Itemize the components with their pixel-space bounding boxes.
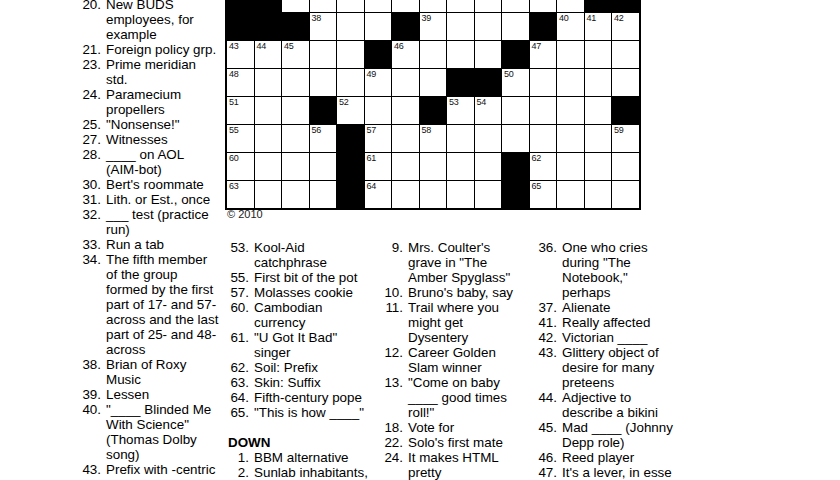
clue-number: 28.: [76, 147, 106, 162]
grid-cell[interactable]: [282, 69, 309, 96]
grid-cell[interactable]: [612, 181, 639, 208]
clue-number: 1.: [224, 450, 254, 465]
grid-cell[interactable]: 41: [585, 13, 612, 40]
clue-number: 64.: [224, 390, 254, 405]
grid-cell[interactable]: [337, 0, 364, 12]
clue: 55.First bit of the pot: [224, 270, 368, 285]
grid-cell[interactable]: [310, 181, 337, 208]
black-cell: [227, 13, 254, 40]
clue-line: singer: [254, 345, 337, 360]
grid-cell[interactable]: [557, 41, 584, 68]
clue: 34.The fifth memberof the groupformed by…: [76, 252, 218, 357]
clue: 1.BBM alternative: [224, 450, 368, 465]
grid-cell[interactable]: [557, 125, 584, 152]
clue-line: Depp role): [562, 435, 673, 450]
grid-cell[interactable]: [475, 125, 502, 152]
clue-line: Glittery object of: [562, 345, 659, 360]
grid-cell[interactable]: [282, 181, 309, 208]
cell-number: 54: [477, 97, 487, 107]
clue: 27.Witnesses: [76, 132, 218, 147]
grid-cell[interactable]: [310, 0, 337, 12]
grid-cell[interactable]: [392, 125, 419, 152]
grid-cell[interactable]: [475, 0, 502, 12]
clue-line: part of 25- and 48-: [106, 327, 218, 342]
cell-number: 57: [367, 125, 377, 135]
grid-cell[interactable]: [420, 0, 447, 12]
grid-cell[interactable]: [282, 153, 309, 180]
black-cell: [420, 97, 447, 124]
black-cell: [502, 181, 529, 208]
clue: 31.Lith. or Est., once: [76, 192, 218, 207]
cell-number: 41: [587, 13, 597, 23]
grid-cell[interactable]: [255, 97, 282, 124]
grid-cell[interactable]: 55: [227, 125, 254, 152]
clue-number: 38.: [76, 357, 106, 372]
cell-number: 48: [229, 69, 239, 79]
clue-line: Skin: Suffix: [254, 375, 321, 390]
clue: 10.Bruno's baby, say: [378, 285, 513, 300]
clue-number: 24.: [378, 450, 408, 465]
grid-cell[interactable]: [612, 41, 639, 68]
down-heading: DOWN: [228, 435, 368, 450]
clue-number: 43.: [532, 345, 562, 360]
grid-cell[interactable]: 59: [612, 125, 639, 152]
grid-cell[interactable]: [282, 0, 309, 12]
clue-line: "Nonsense!": [106, 117, 180, 132]
clue-line: Foreign policy grp.: [106, 42, 216, 57]
cell-number: 42: [614, 13, 624, 23]
clue-number: 31.: [76, 192, 106, 207]
clue-line: Dysentery: [408, 330, 499, 345]
cell-number: 55: [229, 125, 239, 135]
grid-cell[interactable]: 43: [227, 41, 254, 68]
cell-number: 50: [504, 69, 514, 79]
grid-cell[interactable]: [585, 181, 612, 208]
clue-line: Lessen: [106, 387, 149, 402]
clue-line: The fifth member: [106, 252, 218, 267]
clue-number: 2.: [224, 465, 254, 480]
clue-line: might get: [408, 315, 499, 330]
grid-cell[interactable]: 42: [612, 13, 639, 40]
clue: 21.Foreign policy grp.: [76, 42, 218, 57]
clue: 43.Glittery object ofdesire for manypret…: [532, 345, 673, 390]
clue-number: 12.: [378, 345, 408, 360]
clue: 2.Sunlab inhabitants,: [224, 465, 368, 480]
clue-line: Cambodian: [254, 300, 322, 315]
black-cell: [502, 153, 529, 180]
grid-cell[interactable]: [475, 13, 502, 40]
grid-cell[interactable]: [557, 153, 584, 180]
clue: 22.Solo's first mate: [378, 435, 513, 450]
black-cell: [310, 97, 337, 124]
grid-cell[interactable]: [612, 69, 639, 96]
across-clues-column-2: 53.Kool-Aidcatchphrase55.First bit of th…: [224, 240, 368, 420]
clue-line: BBM alternative: [254, 450, 349, 465]
grid-cell[interactable]: [612, 153, 639, 180]
grid-cell[interactable]: 58: [420, 125, 447, 152]
grid-cell[interactable]: [530, 125, 557, 152]
clue-line: propellers: [106, 102, 181, 117]
clue-line: Bert's roommate: [106, 177, 204, 192]
grid-cell[interactable]: 61: [365, 153, 392, 180]
clue-line: perhaps: [562, 285, 648, 300]
grid-cell[interactable]: [365, 0, 392, 12]
clue-line: Victorian ____: [562, 330, 647, 345]
grid-cell[interactable]: [502, 125, 529, 152]
grid-cell[interactable]: [420, 181, 447, 208]
clue-line: "This is how ____": [254, 405, 364, 420]
grid-cell[interactable]: 45: [282, 41, 309, 68]
clue-number: 46.: [532, 450, 562, 465]
clue-number: 47.: [532, 465, 562, 480]
clue: 53.Kool-Aidcatchphrase: [224, 240, 368, 270]
clue-number: 43.: [76, 462, 106, 477]
clue-number: 44.: [532, 390, 562, 405]
clue-line: Vote for: [408, 420, 454, 435]
clue-number: 61.: [224, 330, 254, 345]
grid-cell[interactable]: [392, 153, 419, 180]
clue-number: 27.: [76, 132, 106, 147]
grid-cell[interactable]: [475, 41, 502, 68]
grid-cell[interactable]: [530, 97, 557, 124]
grid-cell[interactable]: 56: [310, 125, 337, 152]
crossword-grid[interactable]: 3839404142434445464748495051525354555657…: [225, 0, 641, 210]
black-cell: [227, 0, 254, 12]
black-cell: [337, 153, 364, 180]
clue-number: 13.: [378, 375, 408, 390]
clue-number: 23.: [76, 57, 106, 72]
clue: 41.Really affected: [532, 315, 673, 330]
clue-line: of the group: [106, 267, 218, 282]
clue-line: With Science": [106, 417, 211, 432]
clue-number: 41.: [532, 315, 562, 330]
cell-number: 59: [614, 125, 624, 135]
grid-cell[interactable]: [585, 69, 612, 96]
grid-cell[interactable]: [282, 97, 309, 124]
clue-line: pretty: [408, 465, 499, 480]
clue: 24.Parameciumpropellers: [76, 87, 218, 117]
grid-cell[interactable]: [365, 13, 392, 40]
grid-cell[interactable]: 60: [227, 153, 254, 180]
grid-cell[interactable]: [557, 69, 584, 96]
clue: 20.New BUDSemployees, forexample: [76, 0, 218, 42]
clue-line: Soil: Prefix: [254, 360, 318, 375]
clue-number: 20.: [76, 0, 106, 12]
clues-column-2: 53.Kool-Aidcatchphrase55.First bit of th…: [224, 240, 368, 480]
grid-cell[interactable]: [475, 153, 502, 180]
grid-cell[interactable]: [557, 0, 584, 12]
cell-number: 61: [367, 153, 377, 163]
clue: 24.It makes HTMLpretty: [378, 450, 513, 480]
clue-line: roll!": [408, 405, 507, 420]
clue-number: 25.: [76, 117, 106, 132]
grid-cell[interactable]: [255, 153, 282, 180]
cell-number: 52: [339, 97, 349, 107]
clue-line: during "The: [562, 255, 648, 270]
clue-line: currency: [254, 315, 322, 330]
cell-number: 65: [532, 181, 542, 191]
clue-number: 24.: [76, 87, 106, 102]
grid-cell[interactable]: [557, 97, 584, 124]
grid-cell[interactable]: 52: [337, 97, 364, 124]
grid-cell[interactable]: [392, 0, 419, 12]
grid-cell[interactable]: [420, 153, 447, 180]
clue-line: Brian of Roxy: [106, 357, 186, 372]
grid-cell[interactable]: 49: [365, 69, 392, 96]
clue: 33.Run a tab: [76, 237, 218, 252]
grid-cell[interactable]: [585, 97, 612, 124]
crossword-page: 3839404142434445464748495051525354555657…: [0, 0, 840, 480]
clue-line: It makes HTML: [408, 450, 499, 465]
clue-number: 63.: [224, 375, 254, 390]
grid-cell[interactable]: 50: [502, 69, 529, 96]
clue-line: Kool-Aid: [254, 240, 327, 255]
grid-cell[interactable]: [310, 69, 337, 96]
clue-line: ____ on AOL: [106, 147, 184, 162]
clue-line: std.: [106, 72, 196, 87]
clue-line: grave in "The: [408, 255, 510, 270]
cell-number: 56: [312, 125, 322, 135]
black-cell: [447, 69, 474, 96]
clue-line: across and the last: [106, 312, 218, 327]
grid-cell[interactable]: 64: [365, 181, 392, 208]
grid-cell[interactable]: [475, 181, 502, 208]
grid-cell[interactable]: 44: [255, 41, 282, 68]
grid-cell[interactable]: [585, 153, 612, 180]
black-cell: [392, 13, 419, 40]
cell-number: 47: [532, 41, 542, 51]
clue-number: 62.: [224, 360, 254, 375]
clue-line: Really affected: [562, 315, 650, 330]
grid-cell[interactable]: [502, 97, 529, 124]
clue-line: First bit of the pot: [254, 270, 357, 285]
clue-number: 40.: [76, 402, 106, 417]
clue-line: run): [106, 222, 209, 237]
grid-cell[interactable]: [502, 13, 529, 40]
grid-cell[interactable]: [310, 153, 337, 180]
grid-cell[interactable]: [392, 69, 419, 96]
grid-cell[interactable]: 46: [392, 41, 419, 68]
clue: 40."____ Blinded MeWith Science"(Thomas …: [76, 402, 218, 462]
clue: 61."U Got It Bad"singer: [224, 330, 368, 360]
clue: 65."This is how ____": [224, 405, 368, 420]
clue: 13."Come on baby____ good timesroll!": [378, 375, 513, 420]
clue-line: (Thomas Dolby: [106, 432, 211, 447]
grid-cell[interactable]: [282, 125, 309, 152]
clue-line: part of 17- and 57-: [106, 297, 218, 312]
grid-cell[interactable]: [255, 69, 282, 96]
grid-cell[interactable]: [337, 13, 364, 40]
clue-line: formed by the first: [106, 282, 218, 297]
clue-line: Amber Spyglass": [408, 270, 510, 285]
clue: 43.Prefix with -centric: [76, 462, 218, 477]
down-clues-column-2: 1.BBM alternative2.Sunlab inhabitants,: [224, 450, 368, 480]
clue-number: 33.: [76, 237, 106, 252]
grid-cell[interactable]: [447, 153, 474, 180]
clue: 25."Nonsense!": [76, 117, 218, 132]
clue-line: Adjective to: [562, 390, 658, 405]
cell-number: 45: [284, 41, 294, 51]
black-cell: [612, 97, 639, 124]
clue-line: (AIM-bot): [106, 162, 184, 177]
down-clues-column-3: 9.Mrs. Coulter'sgrave in "TheAmber Spygl…: [378, 240, 513, 480]
clue: 39.Lessen: [76, 387, 218, 402]
clue-line: Trail where you: [408, 300, 499, 315]
clue-number: 32.: [76, 207, 106, 222]
clue-line: Reed player: [562, 450, 634, 465]
grid-cell[interactable]: 62: [530, 153, 557, 180]
clue-line: Solo's first mate: [408, 435, 503, 450]
clue: 12.Career GoldenSlam winner: [378, 345, 513, 375]
cell-number: 60: [229, 153, 239, 163]
black-cell: [255, 13, 282, 40]
clue-line: desire for many: [562, 360, 659, 375]
cell-number: 51: [229, 97, 239, 107]
grid-cell[interactable]: [310, 41, 337, 68]
cell-number: 38: [312, 13, 322, 23]
clue: 28.____ on AOL(AIM-bot): [76, 147, 218, 177]
clue-number: 55.: [224, 270, 254, 285]
clue-line: Music: [106, 372, 186, 387]
grid-cell[interactable]: 40: [557, 13, 584, 40]
grid-cell[interactable]: [447, 41, 474, 68]
clue-number: 34.: [76, 252, 106, 267]
grid-cell[interactable]: 48: [227, 69, 254, 96]
clue-line: Prefix with -centric: [106, 462, 215, 477]
clue-line: Alienate: [562, 300, 610, 315]
clue-number: 53.: [224, 240, 254, 255]
clue: 62.Soil: Prefix: [224, 360, 368, 375]
clue-line: Slam winner: [408, 360, 496, 375]
black-cell: [585, 0, 612, 12]
clue-line: Molasses cookie: [254, 285, 353, 300]
black-cell: [365, 41, 392, 68]
clue-line: Mrs. Coulter's: [408, 240, 510, 255]
cell-number: 46: [394, 41, 404, 51]
copyright: © 2010: [227, 208, 263, 220]
grid-cell[interactable]: [447, 125, 474, 152]
grid-cell[interactable]: 54: [475, 97, 502, 124]
grid-cell[interactable]: [447, 181, 474, 208]
clue-line: across: [106, 342, 218, 357]
clue-number: 22.: [378, 435, 408, 450]
grid-cell[interactable]: [557, 181, 584, 208]
clue-line: Career Golden: [408, 345, 496, 360]
grid-cell[interactable]: [337, 69, 364, 96]
clue: 23.Prime meridianstd.: [76, 57, 218, 87]
clue: 36.One who criesduring "TheNotebook,"per…: [532, 240, 673, 300]
grid-cell[interactable]: 51: [227, 97, 254, 124]
grid-cell[interactable]: [337, 41, 364, 68]
grid-cell[interactable]: [392, 97, 419, 124]
grid-cell[interactable]: [255, 181, 282, 208]
down-clues-column-4: 36.One who criesduring "TheNotebook,"per…: [532, 240, 673, 480]
clue: 32.___ test (practicerun): [76, 207, 218, 237]
cell-number: 64: [367, 181, 377, 191]
black-cell: [282, 13, 309, 40]
clue: 47.It's a lever, in esse: [532, 465, 673, 480]
cell-number: 49: [367, 69, 377, 79]
grid-cell[interactable]: [420, 41, 447, 68]
grid-cell[interactable]: [392, 181, 419, 208]
grid-cell[interactable]: 39: [420, 13, 447, 40]
grid-cell[interactable]: 65: [530, 181, 557, 208]
clue-number: 11.: [378, 300, 408, 315]
cell-number: 58: [422, 125, 432, 135]
black-cell: [475, 69, 502, 96]
black-cell: [530, 13, 557, 40]
clue-line: Fifth-century pope: [254, 390, 362, 405]
clue-number: 60.: [224, 300, 254, 315]
clue-number: 37.: [532, 300, 562, 315]
clue-line: song): [106, 447, 211, 462]
black-cell: [337, 181, 364, 208]
clue-number: 30.: [76, 177, 106, 192]
black-cell: [502, 41, 529, 68]
grid-cell[interactable]: [447, 0, 474, 12]
clue: 30.Bert's roommate: [76, 177, 218, 192]
clue: 64.Fifth-century pope: [224, 390, 368, 405]
cell-number: 62: [532, 153, 542, 163]
clue-number: 36.: [532, 240, 562, 255]
grid-cell[interactable]: [530, 0, 557, 12]
cell-number: 40: [559, 13, 569, 23]
clue: 60.Cambodiancurrency: [224, 300, 368, 330]
clue: 37.Alienate: [532, 300, 673, 315]
grid-cell[interactable]: 47: [530, 41, 557, 68]
grid-cell[interactable]: [530, 69, 557, 96]
clue: 44.Adjective todescribe a bikini: [532, 390, 673, 420]
clue-line: catchphrase: [254, 255, 327, 270]
clue-number: 57.: [224, 285, 254, 300]
black-cell: [612, 0, 639, 12]
clue: 57.Molasses cookie: [224, 285, 368, 300]
black-cell: [337, 125, 364, 152]
grid-cell[interactable]: 57: [365, 125, 392, 152]
grid-cell[interactable]: [502, 0, 529, 12]
clue-number: 65.: [224, 405, 254, 420]
clue-line: describe a bikini: [562, 405, 658, 420]
clue-line: Notebook,": [562, 270, 648, 285]
clue-line: ____ good times: [408, 390, 507, 405]
grid-cell[interactable]: [447, 13, 474, 40]
clue-number: 18.: [378, 420, 408, 435]
clue-line: Run a tab: [106, 237, 164, 252]
clue-line: ___ test (practice: [106, 207, 209, 222]
grid-cell[interactable]: [585, 41, 612, 68]
grid-cell[interactable]: 38: [310, 13, 337, 40]
grid-cell[interactable]: [420, 69, 447, 96]
clue-line: New BUDS: [106, 0, 194, 12]
cell-number: 44: [257, 41, 267, 51]
cell-number: 39: [422, 13, 432, 23]
grid-cell[interactable]: [585, 125, 612, 152]
clue-line: One who cries: [562, 240, 648, 255]
clue: 42.Victorian ____: [532, 330, 673, 345]
clue-line: It's a lever, in esse: [562, 465, 672, 480]
clue-line: Bruno's baby, say: [408, 285, 513, 300]
clue-line: "U Got It Bad": [254, 330, 337, 345]
grid-cell[interactable]: 63: [227, 181, 254, 208]
clue: 45.Mad ____ (JohnnyDepp role): [532, 420, 673, 450]
grid-cell[interactable]: [255, 125, 282, 152]
clue-line: Witnesses: [106, 132, 168, 147]
clue: 63.Skin: Suffix: [224, 375, 368, 390]
clue-line: Prime meridian: [106, 57, 196, 72]
grid-cell[interactable]: 53: [447, 97, 474, 124]
grid-cell[interactable]: [365, 97, 392, 124]
cell-number: 43: [229, 41, 239, 51]
